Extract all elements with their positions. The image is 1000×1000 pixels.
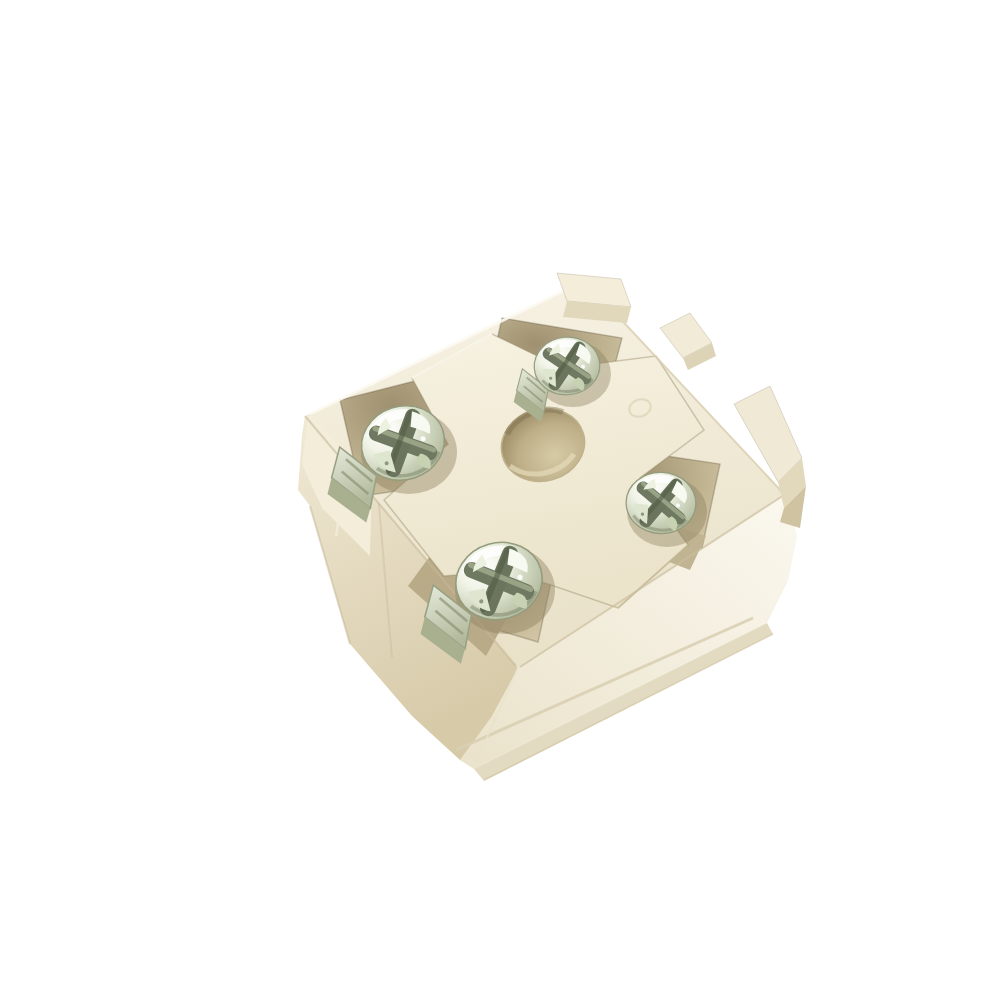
terminal-block-illustration (40, 16, 1000, 1000)
back-key-tab (557, 273, 631, 323)
product-photo-terminal-block (40, 16, 1000, 1000)
